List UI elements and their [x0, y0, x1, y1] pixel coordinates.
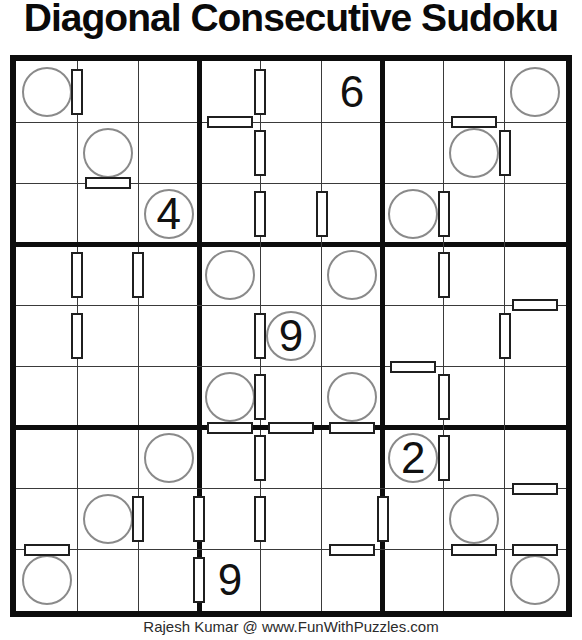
grid-line-vertical	[443, 61, 444, 611]
cell-r7c6[interactable]	[322, 428, 383, 489]
cell-r6c7[interactable]	[383, 367, 444, 428]
cell-r7c1[interactable]	[16, 428, 77, 489]
consecutive-marker-horizontal	[390, 361, 436, 373]
consecutive-marker-vertical	[438, 191, 450, 237]
consecutive-marker-vertical	[254, 69, 266, 115]
consecutive-marker-horizontal	[207, 116, 253, 128]
cell-r4c9[interactable]	[505, 244, 566, 305]
page: Diagonal Consecutive Sudoku 64929 Rajesh…	[0, 0, 582, 640]
cell-r1c4[interactable]	[199, 61, 260, 122]
diagonal-circle	[83, 128, 133, 178]
cell-r8c3[interactable]	[138, 489, 199, 550]
consecutive-marker-vertical	[254, 374, 266, 420]
cell-r7c9[interactable]	[505, 428, 566, 489]
consecutive-marker-vertical	[71, 313, 83, 359]
cell-r3c4[interactable]	[199, 183, 260, 244]
consecutive-marker-horizontal	[268, 422, 314, 434]
consecutive-marker-vertical	[377, 496, 389, 542]
consecutive-marker-vertical	[254, 496, 266, 542]
diagonal-circle	[205, 250, 255, 300]
cell-r6c2[interactable]	[77, 367, 138, 428]
cell-r5c9[interactable]	[505, 305, 566, 366]
grid-line-horizontal	[16, 242, 566, 247]
cell-r1c8[interactable]	[444, 61, 505, 122]
cell-r2c6[interactable]	[322, 122, 383, 183]
cell-r3c9[interactable]	[505, 183, 566, 244]
cell-r6c1[interactable]	[16, 367, 77, 428]
cell-r9c2[interactable]	[77, 550, 138, 611]
cell-r2c4[interactable]	[199, 122, 260, 183]
cell-r7c8[interactable]	[444, 428, 505, 489]
consecutive-marker-vertical	[316, 191, 328, 237]
diagonal-circle	[327, 372, 377, 422]
cell-r1c3[interactable]	[138, 61, 199, 122]
consecutive-marker-horizontal	[451, 544, 497, 556]
given-digit: 2	[383, 428, 444, 489]
cell-r9c6[interactable]	[322, 550, 383, 611]
consecutive-marker-vertical	[499, 313, 511, 359]
diagonal-circle	[388, 189, 438, 239]
cell-r6c8[interactable]	[444, 367, 505, 428]
consecutive-marker-horizontal	[207, 422, 253, 434]
cell-r4c1[interactable]	[16, 244, 77, 305]
cell-r4c8[interactable]	[444, 244, 505, 305]
consecutive-marker-vertical	[254, 435, 266, 481]
given-digit: 4	[138, 183, 199, 244]
consecutive-marker-vertical	[438, 252, 450, 298]
consecutive-marker-vertical	[499, 130, 511, 176]
cell-r6c5[interactable]	[260, 367, 321, 428]
cell-r5c8[interactable]	[444, 305, 505, 366]
diagonal-circle	[327, 250, 377, 300]
consecutive-marker-vertical	[254, 191, 266, 237]
cell-r1c7[interactable]	[383, 61, 444, 122]
consecutive-marker-vertical	[132, 496, 144, 542]
diagonal-circle	[83, 494, 133, 544]
consecutive-marker-vertical	[71, 69, 83, 115]
cell-r7c5[interactable]	[260, 428, 321, 489]
consecutive-marker-horizontal	[512, 544, 558, 556]
cell-r9c7[interactable]	[383, 550, 444, 611]
cell-r9c8[interactable]	[444, 550, 505, 611]
given-digit: 6	[322, 61, 383, 122]
grid-line-horizontal	[16, 488, 566, 489]
cell-r3c5[interactable]	[260, 183, 321, 244]
cell-r3c8[interactable]	[444, 183, 505, 244]
cell-r2c3[interactable]	[138, 122, 199, 183]
consecutive-marker-horizontal	[451, 116, 497, 128]
cell-r8c6[interactable]	[322, 489, 383, 550]
cell-r3c2[interactable]	[77, 183, 138, 244]
cell-r1c2[interactable]	[77, 61, 138, 122]
cell-r8c9[interactable]	[505, 489, 566, 550]
consecutive-marker-horizontal	[85, 177, 131, 189]
cell-r6c9[interactable]	[505, 367, 566, 428]
cell-r2c7[interactable]	[383, 122, 444, 183]
consecutive-marker-vertical	[132, 252, 144, 298]
given-digit: 9	[199, 550, 260, 611]
sudoku-board: 64929	[10, 55, 572, 617]
consecutive-marker-horizontal	[512, 299, 558, 311]
cell-r5c6[interactable]	[322, 305, 383, 366]
cell-r2c5[interactable]	[260, 122, 321, 183]
cell-r4c5[interactable]	[260, 244, 321, 305]
cell-r7c2[interactable]	[77, 428, 138, 489]
consecutive-marker-vertical	[254, 130, 266, 176]
diagonal-circle	[22, 67, 72, 117]
diagonal-circle	[22, 555, 72, 605]
consecutive-marker-vertical	[193, 496, 205, 542]
cell-r5c2[interactable]	[77, 305, 138, 366]
diagonal-circle	[205, 372, 255, 422]
cell-r4c3[interactable]	[138, 244, 199, 305]
cell-r4c7[interactable]	[383, 244, 444, 305]
consecutive-marker-horizontal	[329, 422, 375, 434]
cell-r8c7[interactable]	[383, 489, 444, 550]
diagonal-circle	[144, 433, 194, 483]
cell-r8c5[interactable]	[260, 489, 321, 550]
cell-r3c6[interactable]	[322, 183, 383, 244]
cell-r2c1[interactable]	[16, 122, 77, 183]
diagonal-circle	[449, 128, 499, 178]
cell-r3c1[interactable]	[16, 183, 77, 244]
consecutive-marker-horizontal	[329, 544, 375, 556]
cell-r2c9[interactable]	[505, 122, 566, 183]
consecutive-marker-vertical	[438, 374, 450, 420]
cell-r7c4[interactable]	[199, 428, 260, 489]
cell-r9c3[interactable]	[138, 550, 199, 611]
consecutive-marker-vertical	[71, 252, 83, 298]
cell-r5c1[interactable]	[16, 305, 77, 366]
consecutive-marker-horizontal	[512, 483, 558, 495]
cell-r4c2[interactable]	[77, 244, 138, 305]
consecutive-marker-horizontal	[24, 544, 70, 556]
diagonal-circle	[510, 67, 560, 117]
puzzle-title: Diagonal Consecutive Sudoku	[0, 0, 582, 40]
given-digit: 9	[260, 305, 321, 366]
cell-r5c4[interactable]	[199, 305, 260, 366]
cell-r5c7[interactable]	[383, 305, 444, 366]
cell-r5c3[interactable]	[138, 305, 199, 366]
cell-r1c5[interactable]	[260, 61, 321, 122]
cell-r8c4[interactable]	[199, 489, 260, 550]
cell-r8c1[interactable]	[16, 489, 77, 550]
cell-r9c5[interactable]	[260, 550, 321, 611]
cell-r6c3[interactable]	[138, 367, 199, 428]
credit-footer: Rajesh Kumar @ www.FunWithPuzzles.com	[0, 618, 582, 635]
